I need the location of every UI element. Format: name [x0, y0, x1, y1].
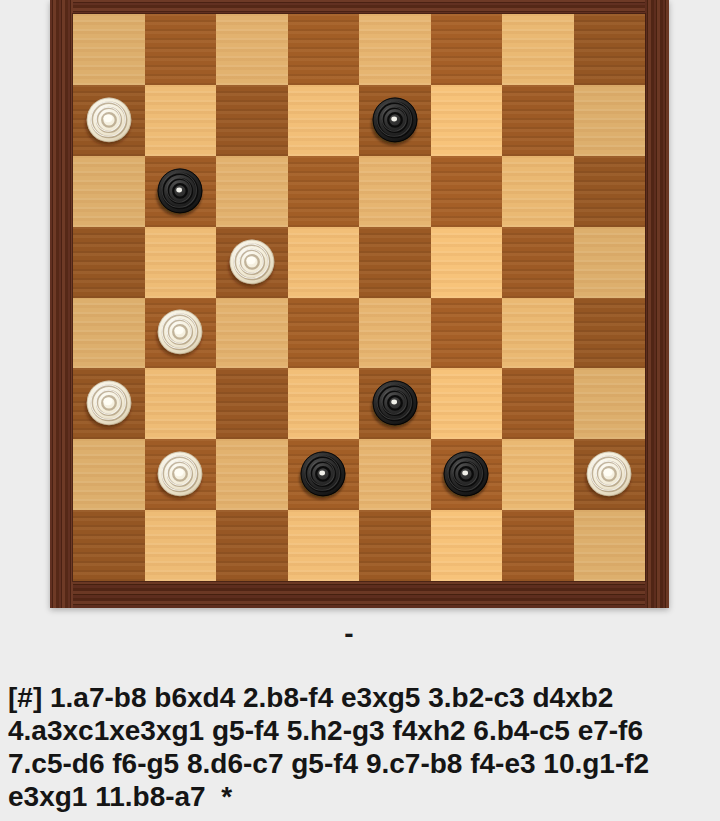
moves-line-1: [#] 1.a7-b8 b6xd4 2.b8-f4 e3xg5 3.b2-c3 …	[8, 681, 716, 714]
frame-right-bar	[645, 0, 669, 608]
white-man-h2[interactable]	[583, 450, 635, 502]
square-d3[interactable]	[288, 368, 360, 439]
square-e8[interactable]	[359, 14, 431, 85]
white-man-a7[interactable]	[83, 96, 135, 148]
square-e5[interactable]	[359, 227, 431, 298]
black-man-b6[interactable]	[154, 167, 206, 219]
square-g2[interactable]	[502, 439, 574, 510]
white-man-c5[interactable]	[226, 238, 278, 290]
black-man-e7[interactable]	[369, 96, 421, 148]
result-caption: -	[0, 617, 698, 650]
square-h8[interactable]	[574, 14, 646, 85]
square-c5[interactable]	[216, 227, 288, 298]
square-f6[interactable]	[431, 156, 503, 227]
square-h6[interactable]	[574, 156, 646, 227]
square-g7[interactable]	[502, 85, 574, 156]
square-e4[interactable]	[359, 298, 431, 369]
square-f1[interactable]	[431, 510, 503, 581]
square-c3[interactable]	[216, 368, 288, 439]
square-f7[interactable]	[431, 85, 503, 156]
moves-line-2: 4.a3xc1xe3xg1 g5-f4 5.h2-g3 f4xh2 6.b4-c…	[8, 714, 716, 747]
square-g5[interactable]	[502, 227, 574, 298]
square-f4[interactable]	[431, 298, 503, 369]
black-man-d2[interactable]	[297, 450, 349, 502]
square-b1[interactable]	[145, 510, 217, 581]
square-d2[interactable]	[288, 439, 360, 510]
square-a8[interactable]	[73, 14, 145, 85]
square-e1[interactable]	[359, 510, 431, 581]
checkers-board-frame	[50, 0, 669, 608]
square-b7[interactable]	[145, 85, 217, 156]
square-f5[interactable]	[431, 227, 503, 298]
square-h4[interactable]	[574, 298, 646, 369]
square-h5[interactable]	[574, 227, 646, 298]
square-d1[interactable]	[288, 510, 360, 581]
moves-line-4: e3xg1 11.b8-a7 *	[8, 780, 716, 813]
square-d8[interactable]	[288, 14, 360, 85]
square-g3[interactable]	[502, 368, 574, 439]
square-f3[interactable]	[431, 368, 503, 439]
movetext-block: [#] 1.a7-b8 b6xd4 2.b8-f4 e3xg5 3.b2-c3 …	[8, 681, 716, 813]
square-g8[interactable]	[502, 14, 574, 85]
frame-bottom-bar	[50, 581, 669, 608]
square-a2[interactable]	[73, 439, 145, 510]
square-f2[interactable]	[431, 439, 503, 510]
moves-line-3: 7.c5-d6 f6-g5 8.d6-c7 g5-f4 9.c7-b8 f4-e…	[8, 747, 716, 780]
square-g4[interactable]	[502, 298, 574, 369]
board-grid	[73, 14, 645, 581]
black-man-e3[interactable]	[369, 379, 421, 431]
square-b3[interactable]	[145, 368, 217, 439]
square-a7[interactable]	[73, 85, 145, 156]
square-a1[interactable]	[73, 510, 145, 581]
square-c1[interactable]	[216, 510, 288, 581]
square-d5[interactable]	[288, 227, 360, 298]
square-g1[interactable]	[502, 510, 574, 581]
white-man-a3[interactable]	[83, 379, 135, 431]
square-a4[interactable]	[73, 298, 145, 369]
square-b8[interactable]	[145, 14, 217, 85]
square-c2[interactable]	[216, 439, 288, 510]
square-e3[interactable]	[359, 368, 431, 439]
square-d6[interactable]	[288, 156, 360, 227]
square-b6[interactable]	[145, 156, 217, 227]
square-c6[interactable]	[216, 156, 288, 227]
square-g6[interactable]	[502, 156, 574, 227]
square-e7[interactable]	[359, 85, 431, 156]
square-b2[interactable]	[145, 439, 217, 510]
square-b4[interactable]	[145, 298, 217, 369]
white-man-b4[interactable]	[154, 308, 206, 360]
square-d7[interactable]	[288, 85, 360, 156]
frame-top-bar	[50, 0, 669, 14]
square-e6[interactable]	[359, 156, 431, 227]
square-h3[interactable]	[574, 368, 646, 439]
square-b5[interactable]	[145, 227, 217, 298]
square-e2[interactable]	[359, 439, 431, 510]
square-c7[interactable]	[216, 85, 288, 156]
square-h7[interactable]	[574, 85, 646, 156]
square-a3[interactable]	[73, 368, 145, 439]
square-d4[interactable]	[288, 298, 360, 369]
square-h1[interactable]	[574, 510, 646, 581]
square-c8[interactable]	[216, 14, 288, 85]
square-h2[interactable]	[574, 439, 646, 510]
square-c4[interactable]	[216, 298, 288, 369]
black-man-f2[interactable]	[440, 450, 492, 502]
frame-left-bar	[50, 0, 73, 608]
square-f8[interactable]	[431, 14, 503, 85]
square-a6[interactable]	[73, 156, 145, 227]
square-a5[interactable]	[73, 227, 145, 298]
white-man-b2[interactable]	[154, 450, 206, 502]
